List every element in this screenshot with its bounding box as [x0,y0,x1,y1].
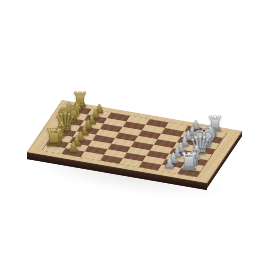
chess-set-photo: ♜♞♝♛♚♝♞♜♟♟♟♟♟♟♟♟♟♟♟♟♟♟♟♟♜♞♝♛♚♝♞♜ [0,0,260,260]
